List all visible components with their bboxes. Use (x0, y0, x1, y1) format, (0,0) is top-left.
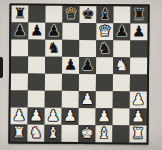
white-king: ♚ (80, 125, 94, 142)
square-b5 (28, 57, 45, 74)
square-a7: ♟ (11, 22, 28, 39)
black-king: ♚ (81, 6, 95, 23)
chess-board: ♜♛♚♝♜♟♟♟♛♟♟♞♞♟♟♞♟♟♟♟♟♟♟♟♜♞♝♚♝♜ (8, 3, 149, 144)
square-g2 (113, 108, 130, 125)
white-pawn: ♟ (29, 108, 43, 125)
black-pawn: ♟ (13, 22, 27, 39)
square-a2: ♟ (11, 107, 28, 124)
square-e4 (79, 74, 96, 91)
white-pawn: ♟ (80, 91, 94, 108)
square-f6: ♞ (96, 40, 113, 57)
square-f8: ♝ (96, 6, 113, 23)
square-c1: ♝ (44, 125, 61, 142)
square-d5: ♟ (62, 57, 79, 74)
square-d1 (61, 125, 78, 142)
square-b8 (28, 6, 45, 23)
square-h3: ♟ (130, 91, 147, 108)
square-h7: ♟ (130, 23, 147, 40)
white-rook: ♜ (131, 125, 145, 142)
square-b2: ♟ (28, 108, 45, 125)
square-c7: ♟ (45, 23, 62, 40)
square-g6 (113, 40, 130, 57)
square-e2 (79, 108, 96, 125)
square-g5: ♞ (113, 57, 130, 74)
square-a4 (11, 73, 28, 90)
black-queen: ♛ (64, 6, 78, 23)
white-knight: ♞ (29, 125, 43, 142)
square-h4 (130, 74, 147, 91)
square-c2: ♟ (45, 108, 62, 125)
square-h8: ♜ (130, 6, 147, 23)
square-e5: ♟ (79, 57, 96, 74)
square-e7 (79, 23, 96, 40)
black-rook: ♜ (13, 5, 27, 22)
white-pawn: ♟ (46, 108, 60, 125)
white-bishop: ♝ (46, 125, 60, 142)
square-g4 (113, 74, 130, 91)
square-f2: ♟ (96, 108, 113, 125)
square-h1: ♜ (129, 125, 146, 142)
square-e1: ♚ (78, 125, 95, 142)
square-e6 (79, 40, 96, 57)
white-bishop: ♝ (97, 125, 111, 142)
square-h2: ♟ (130, 108, 147, 125)
black-bishop: ♝ (98, 6, 112, 23)
black-rook: ♜ (132, 6, 146, 23)
black-pawn: ♟ (30, 23, 44, 40)
black-pawn: ♟ (132, 23, 146, 40)
square-c3 (45, 91, 62, 108)
square-b6 (28, 40, 45, 57)
white-rook: ♜ (12, 124, 26, 141)
square-h6 (130, 40, 147, 57)
square-b3 (28, 91, 45, 108)
square-f5 (96, 57, 113, 74)
square-d3 (62, 91, 79, 108)
square-a1: ♜ (10, 124, 27, 141)
black-pawn: ♟ (81, 57, 95, 74)
square-a3 (11, 90, 28, 107)
square-a6 (11, 39, 28, 56)
square-c4 (45, 74, 62, 91)
white-knight: ♞ (115, 57, 129, 74)
square-h5 (130, 57, 147, 74)
square-a8: ♜ (11, 5, 28, 22)
square-b1: ♞ (27, 125, 44, 142)
square-f4 (96, 74, 113, 91)
square-c6: ♞ (45, 40, 62, 57)
page-edge-mark (0, 57, 3, 78)
white-pawn: ♟ (131, 108, 145, 125)
black-pawn: ♟ (115, 23, 129, 40)
black-pawn: ♟ (64, 57, 78, 74)
square-d7 (62, 23, 79, 40)
square-b7: ♟ (28, 23, 45, 40)
square-b4 (28, 74, 45, 91)
square-g8 (113, 6, 130, 23)
square-c5 (45, 57, 62, 74)
white-pawn: ♟ (12, 107, 26, 124)
square-d8: ♛ (62, 6, 79, 23)
white-pawn: ♟ (97, 108, 111, 125)
black-pawn: ♟ (47, 23, 61, 40)
square-d4 (62, 74, 79, 91)
white-pawn: ♟ (63, 108, 77, 125)
square-g1 (112, 125, 129, 142)
square-d2: ♟ (62, 108, 79, 125)
black-knight: ♞ (98, 40, 112, 57)
square-d6 (62, 40, 79, 57)
square-g3 (113, 91, 130, 108)
black-knight: ♞ (47, 40, 61, 57)
square-e8: ♚ (79, 6, 96, 23)
white-pawn: ♟ (131, 91, 145, 108)
book-page-photo: ♜♛♚♝♜♟♟♟♛♟♟♞♞♟♟♞♟♟♟♟♟♟♟♟♜♞♝♚♝♜ (0, 0, 162, 150)
square-c8 (45, 6, 62, 23)
square-f1: ♝ (95, 125, 112, 142)
square-f3 (96, 91, 113, 108)
square-e3: ♟ (79, 91, 96, 108)
white-queen: ♛ (98, 23, 112, 40)
square-a5 (11, 56, 28, 73)
square-g7: ♟ (113, 23, 130, 40)
square-f7: ♛ (96, 23, 113, 40)
